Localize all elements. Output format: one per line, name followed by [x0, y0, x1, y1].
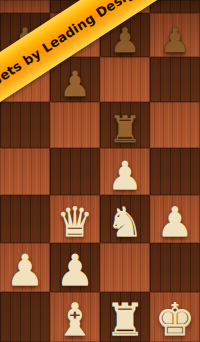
piece-white-knight-g3[interactable]: ♞ [107, 202, 144, 243]
square-g3[interactable]: ♞ [100, 195, 150, 243]
square-g4[interactable]: ♟ [100, 148, 150, 195]
square-e1[interactable] [0, 292, 50, 342]
square-g1[interactable]: ♜ [100, 292, 150, 342]
piece-black-pawn-g7[interactable]: ♟ [110, 23, 140, 57]
square-f3[interactable]: ♛ [50, 195, 100, 243]
square-f5[interactable] [50, 102, 100, 148]
piece-black-pawn-f6[interactable]: ♟ [59, 67, 90, 102]
piece-black-rook-g5[interactable]: ♜ [108, 111, 141, 148]
piece-white-pawn-h3[interactable]: ♟ [157, 202, 194, 243]
square-g6[interactable] [100, 57, 150, 102]
square-e8[interactable] [0, 0, 50, 13]
square-e2[interactable]: ♟ [0, 243, 50, 292]
piece-white-pawn-g4[interactable]: ♟ [108, 156, 143, 195]
square-f2[interactable]: ♟ [50, 243, 100, 292]
chess-app-screen: ♟♟♟♟♜♟♛♞♟♟♟♝♜♚ Sets by Leading Designers [0, 0, 200, 342]
square-f4[interactable] [50, 148, 100, 195]
piece-white-queen-f3[interactable]: ♛ [57, 202, 94, 243]
square-e3[interactable] [0, 195, 50, 243]
square-e4[interactable] [0, 148, 50, 195]
piece-white-king-h1[interactable]: ♚ [155, 297, 195, 342]
square-h6[interactable] [150, 57, 200, 102]
square-h2[interactable] [150, 243, 200, 292]
square-g5[interactable]: ♜ [100, 102, 150, 148]
piece-white-rook-g1[interactable]: ♜ [105, 297, 145, 342]
piece-white-bishop-f1[interactable]: ♝ [55, 297, 95, 342]
square-h3[interactable]: ♟ [150, 195, 200, 243]
square-h4[interactable] [150, 148, 200, 195]
square-h7[interactable]: ♟ [150, 13, 200, 57]
square-h8[interactable] [150, 0, 200, 13]
piece-black-pawn-h7[interactable]: ♟ [160, 23, 190, 57]
square-h5[interactable] [150, 102, 200, 148]
square-f1[interactable]: ♝ [50, 292, 100, 342]
square-g2[interactable] [100, 243, 150, 292]
piece-white-pawn-e2[interactable]: ♟ [6, 249, 45, 292]
square-h1[interactable]: ♚ [150, 292, 200, 342]
piece-white-pawn-f2[interactable]: ♟ [56, 249, 95, 292]
square-e5[interactable] [0, 102, 50, 148]
